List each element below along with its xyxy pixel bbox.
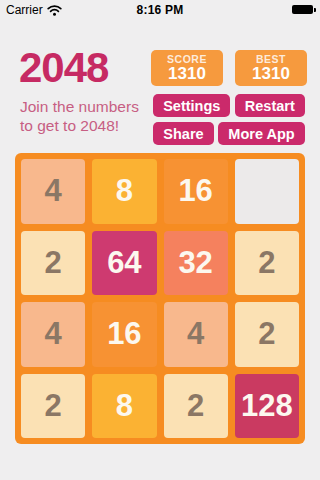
tile-r1c1-4: 4 (21, 159, 85, 224)
tile-r2c3-32: 32 (164, 231, 228, 296)
status-bar: Carrier 8:16 PM (0, 0, 320, 20)
tile-r2c1-2: 2 (21, 231, 85, 296)
tagline-line1: Join the numbers (20, 97, 139, 116)
tagline: Join the numbers to get to 2048! (20, 97, 139, 135)
controls-panel: SCORE 1310 BEST 1310 Settings Restart Sh… (151, 50, 307, 150)
tile-r3c2-16: 16 (92, 302, 156, 367)
tile-r3c1-4: 4 (21, 302, 85, 367)
tile-r4c2-8: 8 (92, 374, 156, 439)
tagline-line2: to get to 2048! (20, 116, 139, 135)
best-box: BEST 1310 (235, 50, 307, 86)
more-app-button[interactable]: More App (218, 122, 304, 145)
tile-r1c4-empty (235, 159, 299, 224)
tile-r4c3-2: 2 (164, 374, 228, 439)
battery-icon (292, 5, 316, 14)
score-value: 1310 (168, 65, 206, 83)
share-button[interactable]: Share (153, 122, 213, 145)
tile-r3c4-2: 2 (235, 302, 299, 367)
tile-r2c2-64: 64 (92, 231, 156, 296)
tile-r1c2-8: 8 (92, 159, 156, 224)
tile-r4c1-2: 2 (21, 374, 85, 439)
tile-r2c4-2: 2 (235, 231, 299, 296)
best-value: 1310 (252, 65, 290, 83)
score-box: SCORE 1310 (151, 50, 223, 86)
app-screen: Carrier 8:16 PM 2048 Join the numbers to… (0, 0, 320, 480)
board-2048[interactable]: 481626432241642282128 (15, 153, 305, 444)
restart-button[interactable]: Restart (235, 94, 305, 117)
tile-r4c4-128: 128 (235, 374, 299, 439)
page-title: 2048 (19, 44, 108, 92)
tile-r1c3-16: 16 (164, 159, 228, 224)
clock: 8:16 PM (0, 3, 320, 17)
tile-r3c3-4: 4 (164, 302, 228, 367)
settings-button[interactable]: Settings (153, 94, 230, 117)
